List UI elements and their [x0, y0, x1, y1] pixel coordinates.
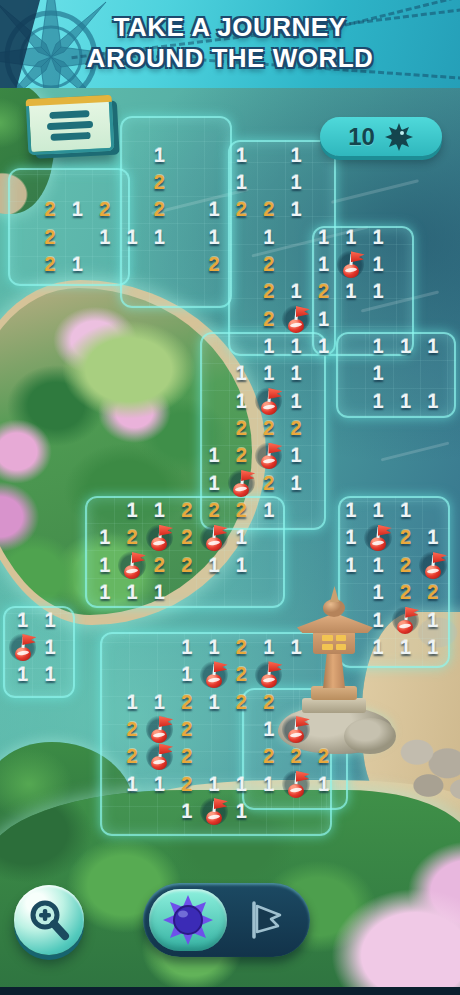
cell-r16c15[interactable]: 2 [419, 579, 446, 606]
cell-r2c15[interactable] [419, 196, 446, 223]
cell-r3c9[interactable]: 1 [255, 223, 282, 250]
cell-r22c8[interactable] [228, 743, 255, 770]
cell-r7c11[interactable]: 1 [310, 332, 337, 359]
cell-r19c15[interactable] [419, 661, 446, 688]
cell-r2c7[interactable]: 1 [200, 196, 227, 223]
cell-r6c16[interactable] [447, 305, 460, 332]
cell-r17c13[interactable]: 1 [364, 606, 391, 633]
cell-r12c13[interactable] [364, 469, 391, 496]
cell-r18c2[interactable] [64, 633, 91, 660]
cell-r17c4[interactable] [118, 606, 145, 633]
cell-r23c16[interactable] [447, 770, 460, 797]
cell-r12c2[interactable] [64, 469, 91, 496]
cell-r23c4[interactable]: 1 [118, 770, 145, 797]
cell-r6c5[interactable] [146, 305, 173, 332]
cell-r16c13[interactable]: 1 [364, 579, 391, 606]
cell-r3c5[interactable]: 1 [146, 223, 173, 250]
menu-button[interactable] [26, 95, 115, 155]
cell-r14c0[interactable] [9, 524, 36, 551]
cell-r18c4[interactable] [118, 633, 145, 660]
cell-r1c11[interactable] [310, 168, 337, 195]
cell-r2c6[interactable] [173, 196, 200, 223]
cell-r5c14[interactable] [392, 278, 419, 305]
cell-r19c1[interactable]: 1 [36, 661, 63, 688]
cell-r12c3[interactable] [91, 469, 118, 496]
cell-r10c4[interactable] [118, 414, 145, 441]
cell-r8c5[interactable] [146, 360, 173, 387]
cell-r1c15[interactable] [419, 168, 446, 195]
cell-r23c9[interactable]: 1 [255, 770, 282, 797]
cell-r19c12[interactable] [337, 661, 364, 688]
cell-r2c2[interactable]: 1 [64, 196, 91, 223]
cell-r19c11[interactable] [310, 661, 337, 688]
cell-r13c8[interactable]: 2 [228, 496, 255, 523]
cell-r19c5[interactable] [146, 661, 173, 688]
minesweeper-board[interactable]: 1112112122122121111111121221121211211111… [9, 141, 460, 825]
cell-r1c2[interactable] [64, 168, 91, 195]
cell-r13c0[interactable] [9, 496, 36, 523]
cell-r6c0[interactable] [9, 305, 36, 332]
cell-r13c9[interactable]: 1 [255, 496, 282, 523]
cell-r22c0[interactable] [9, 743, 36, 770]
cell-r4c10[interactable] [282, 250, 309, 277]
cell-r16c9[interactable] [255, 579, 282, 606]
cell-r23c0[interactable] [9, 770, 36, 797]
cell-r6c6[interactable] [173, 305, 200, 332]
cell-r1c4[interactable] [118, 168, 145, 195]
cell-r3c2[interactable] [64, 223, 91, 250]
cell-r6c12[interactable] [337, 305, 364, 332]
cell-r3c16[interactable] [447, 223, 460, 250]
cell-r4c15[interactable] [419, 250, 446, 277]
cell-r21c0[interactable] [9, 715, 36, 742]
cell-r18c7[interactable]: 1 [200, 633, 227, 660]
flag-r17c14[interactable] [392, 606, 419, 633]
cell-r24c1[interactable] [36, 797, 63, 824]
cell-r14c14[interactable]: 2 [392, 524, 419, 551]
cell-r24c11[interactable] [310, 797, 337, 824]
cell-r19c10[interactable] [282, 661, 309, 688]
cell-r20c16[interactable] [447, 688, 460, 715]
cell-r14c4[interactable]: 2 [118, 524, 145, 551]
cell-r7c15[interactable]: 1 [419, 332, 446, 359]
cell-r8c0[interactable] [9, 360, 36, 387]
cell-r2c9[interactable]: 2 [255, 196, 282, 223]
cell-r23c8[interactable]: 1 [228, 770, 255, 797]
cell-r23c6[interactable]: 2 [173, 770, 200, 797]
cell-r24c6[interactable]: 1 [173, 797, 200, 824]
cell-r15c6[interactable]: 2 [173, 551, 200, 578]
cell-r15c9[interactable] [255, 551, 282, 578]
cell-r8c4[interactable] [118, 360, 145, 387]
cell-r17c16[interactable] [447, 606, 460, 633]
zoom-button[interactable] [14, 885, 84, 955]
cell-r1c14[interactable] [392, 168, 419, 195]
cell-r8c3[interactable] [91, 360, 118, 387]
cell-r18c16[interactable] [447, 633, 460, 660]
flag-r14c7[interactable] [200, 524, 227, 551]
cell-r13c16[interactable] [447, 496, 460, 523]
cell-r17c7[interactable] [200, 606, 227, 633]
cell-r21c15[interactable] [419, 715, 446, 742]
cell-r2c4[interactable] [118, 196, 145, 223]
cell-r7c13[interactable]: 1 [364, 332, 391, 359]
cell-r14c2[interactable] [64, 524, 91, 551]
cell-r15c14[interactable]: 2 [392, 551, 419, 578]
cell-r24c14[interactable] [392, 797, 419, 824]
cell-r9c1[interactable] [36, 387, 63, 414]
cell-r2c5[interactable]: 2 [146, 196, 173, 223]
cell-r18c5[interactable] [146, 633, 173, 660]
cell-r7c2[interactable] [64, 332, 91, 359]
cell-r22c16[interactable] [447, 743, 460, 770]
cell-r5c5[interactable] [146, 278, 173, 305]
cell-r21c14[interactable] [392, 715, 419, 742]
cell-r17c6[interactable] [173, 606, 200, 633]
cell-r18c10[interactable]: 1 [282, 633, 309, 660]
cell-r22c14[interactable] [392, 743, 419, 770]
cell-r10c8[interactable]: 2 [228, 414, 255, 441]
cell-r21c12[interactable] [337, 715, 364, 742]
cell-r17c3[interactable] [91, 606, 118, 633]
cell-r6c15[interactable] [419, 305, 446, 332]
cell-r7c9[interactable]: 1 [255, 332, 282, 359]
cell-r14c1[interactable] [36, 524, 63, 551]
cell-r3c15[interactable] [419, 223, 446, 250]
cell-r23c7[interactable]: 1 [200, 770, 227, 797]
cell-r14c9[interactable] [255, 524, 282, 551]
cell-r10c5[interactable] [146, 414, 173, 441]
cell-r11c3[interactable] [91, 442, 118, 469]
cell-r22c1[interactable] [36, 743, 63, 770]
cell-r13c5[interactable]: 1 [146, 496, 173, 523]
cell-r5c12[interactable]: 1 [337, 278, 364, 305]
cell-r22c13[interactable] [364, 743, 391, 770]
cell-r6c13[interactable] [364, 305, 391, 332]
cell-r13c11[interactable] [310, 496, 337, 523]
cell-r3c7[interactable]: 1 [200, 223, 227, 250]
cell-r21c1[interactable] [36, 715, 63, 742]
cell-r18c3[interactable] [91, 633, 118, 660]
cell-r3c1[interactable]: 2 [36, 223, 63, 250]
cell-r7c1[interactable] [36, 332, 63, 359]
cell-r4c9[interactable]: 2 [255, 250, 282, 277]
cell-r21c11[interactable] [310, 715, 337, 742]
cell-r13c3[interactable] [91, 496, 118, 523]
cell-r17c0[interactable]: 1 [9, 606, 36, 633]
cell-r4c7[interactable]: 2 [200, 250, 227, 277]
flag-r21c10[interactable] [282, 715, 309, 742]
cell-r20c8[interactable]: 2 [228, 688, 255, 715]
flag-r21c5[interactable] [146, 715, 173, 742]
cell-r2c0[interactable] [9, 196, 36, 223]
cell-r5c11[interactable]: 2 [310, 278, 337, 305]
cell-r22c7[interactable] [200, 743, 227, 770]
cell-r24c2[interactable] [64, 797, 91, 824]
cell-r24c0[interactable] [9, 797, 36, 824]
cell-r14c10[interactable] [282, 524, 309, 551]
flag-r18c0[interactable] [9, 633, 36, 660]
cell-r10c15[interactable] [419, 414, 446, 441]
cell-r2c12[interactable] [337, 196, 364, 223]
cell-r22c10[interactable]: 2 [282, 743, 309, 770]
cell-r8c9[interactable]: 1 [255, 360, 282, 387]
cell-r1c6[interactable] [173, 168, 200, 195]
flag-r11c9[interactable] [255, 442, 282, 469]
cell-r10c9[interactable]: 2 [255, 414, 282, 441]
cell-r3c10[interactable] [282, 223, 309, 250]
cell-r13c13[interactable]: 1 [364, 496, 391, 523]
cell-r15c7[interactable]: 1 [200, 551, 227, 578]
cell-r0c10[interactable]: 1 [282, 141, 309, 168]
cell-r3c12[interactable]: 1 [337, 223, 364, 250]
cell-r6c2[interactable] [64, 305, 91, 332]
flag-r22c5[interactable] [146, 743, 173, 770]
cell-r13c2[interactable] [64, 496, 91, 523]
cell-r4c2[interactable]: 1 [64, 250, 91, 277]
cell-r0c8[interactable]: 1 [228, 141, 255, 168]
cell-r7c14[interactable]: 1 [392, 332, 419, 359]
cell-r24c13[interactable] [364, 797, 391, 824]
cell-r0c16[interactable] [447, 141, 460, 168]
cell-r9c15[interactable]: 1 [419, 387, 446, 414]
cell-r5c7[interactable] [200, 278, 227, 305]
cell-r17c11[interactable] [310, 606, 337, 633]
cell-r0c9[interactable] [255, 141, 282, 168]
cell-r2c11[interactable] [310, 196, 337, 223]
cell-r22c11[interactable]: 2 [310, 743, 337, 770]
cell-r19c16[interactable] [447, 661, 460, 688]
cell-r3c0[interactable] [9, 223, 36, 250]
cell-r3c6[interactable] [173, 223, 200, 250]
cell-r12c11[interactable] [310, 469, 337, 496]
cell-r18c9[interactable]: 1 [255, 633, 282, 660]
cell-r5c0[interactable] [9, 278, 36, 305]
cell-r24c8[interactable]: 1 [228, 797, 255, 824]
cell-r10c16[interactable] [447, 414, 460, 441]
cell-r9c11[interactable] [310, 387, 337, 414]
cell-r10c0[interactable] [9, 414, 36, 441]
cell-r9c16[interactable] [447, 387, 460, 414]
cell-r12c4[interactable] [118, 469, 145, 496]
cell-r2c1[interactable]: 2 [36, 196, 63, 223]
cell-r14c6[interactable]: 2 [173, 524, 200, 551]
cell-r6c3[interactable] [91, 305, 118, 332]
cell-r1c7[interactable] [200, 168, 227, 195]
cell-r5c3[interactable] [91, 278, 118, 305]
cell-r4c11[interactable]: 1 [310, 250, 337, 277]
cell-r13c1[interactable] [36, 496, 63, 523]
cell-r7c3[interactable] [91, 332, 118, 359]
cell-r21c7[interactable] [200, 715, 227, 742]
cell-r6c9[interactable]: 2 [255, 305, 282, 332]
cell-r4c8[interactable] [228, 250, 255, 277]
cell-r16c14[interactable]: 2 [392, 579, 419, 606]
cell-r22c3[interactable] [91, 743, 118, 770]
cell-r6c4[interactable] [118, 305, 145, 332]
cell-r2c10[interactable]: 1 [282, 196, 309, 223]
cell-r16c5[interactable]: 1 [146, 579, 173, 606]
cell-r15c10[interactable] [282, 551, 309, 578]
cell-r12c7[interactable]: 1 [200, 469, 227, 496]
cell-r11c12[interactable] [337, 442, 364, 469]
cell-r15c16[interactable] [447, 551, 460, 578]
cell-r10c13[interactable] [364, 414, 391, 441]
cell-r20c7[interactable]: 1 [200, 688, 227, 715]
cell-r7c6[interactable] [173, 332, 200, 359]
cell-r17c2[interactable] [64, 606, 91, 633]
cell-r15c1[interactable] [36, 551, 63, 578]
cell-r4c1[interactable]: 2 [36, 250, 63, 277]
cell-r15c5[interactable]: 2 [146, 551, 173, 578]
cell-r3c3[interactable]: 1 [91, 223, 118, 250]
cell-r10c1[interactable] [36, 414, 63, 441]
cell-r6c1[interactable] [36, 305, 63, 332]
cell-r9c10[interactable]: 1 [282, 387, 309, 414]
cell-r24c5[interactable] [146, 797, 173, 824]
cell-r19c13[interactable] [364, 661, 391, 688]
cell-r7c10[interactable]: 1 [282, 332, 309, 359]
cell-r1c16[interactable] [447, 168, 460, 195]
cell-r11c10[interactable]: 1 [282, 442, 309, 469]
cell-r2c3[interactable]: 2 [91, 196, 118, 223]
cell-r12c1[interactable] [36, 469, 63, 496]
cell-r18c12[interactable] [337, 633, 364, 660]
cell-r16c4[interactable]: 1 [118, 579, 145, 606]
flag-r14c13[interactable] [364, 524, 391, 551]
cell-r7c5[interactable] [146, 332, 173, 359]
cell-r8c2[interactable] [64, 360, 91, 387]
cell-r17c12[interactable] [337, 606, 364, 633]
cell-r22c12[interactable] [337, 743, 364, 770]
cell-r12c16[interactable] [447, 469, 460, 496]
cell-r8c7[interactable] [200, 360, 227, 387]
cell-r5c9[interactable]: 2 [255, 278, 282, 305]
cell-r22c4[interactable]: 2 [118, 743, 145, 770]
cell-r15c3[interactable]: 1 [91, 551, 118, 578]
cell-r20c1[interactable] [36, 688, 63, 715]
cell-r11c7[interactable]: 1 [200, 442, 227, 469]
cell-r14c8[interactable]: 1 [228, 524, 255, 551]
cell-r13c15[interactable] [419, 496, 446, 523]
cell-r7c12[interactable] [337, 332, 364, 359]
cell-r22c6[interactable]: 2 [173, 743, 200, 770]
cell-r3c11[interactable]: 1 [310, 223, 337, 250]
cell-r16c6[interactable] [173, 579, 200, 606]
cell-r24c15[interactable] [419, 797, 446, 824]
cell-r11c6[interactable] [173, 442, 200, 469]
cell-r21c2[interactable] [64, 715, 91, 742]
cell-r5c16[interactable] [447, 278, 460, 305]
cell-r13c7[interactable]: 2 [200, 496, 227, 523]
cell-r10c10[interactable]: 2 [282, 414, 309, 441]
cell-r11c5[interactable] [146, 442, 173, 469]
cell-r4c0[interactable] [9, 250, 36, 277]
cell-r23c1[interactable] [36, 770, 63, 797]
cell-r20c6[interactable]: 2 [173, 688, 200, 715]
cell-r13c6[interactable]: 2 [173, 496, 200, 523]
cell-r20c15[interactable] [419, 688, 446, 715]
cell-r19c6[interactable]: 1 [173, 661, 200, 688]
cell-r24c3[interactable] [91, 797, 118, 824]
cell-r16c12[interactable] [337, 579, 364, 606]
cell-r8c12[interactable] [337, 360, 364, 387]
cell-r9c5[interactable] [146, 387, 173, 414]
cell-r21c9[interactable]: 1 [255, 715, 282, 742]
cell-r20c3[interactable] [91, 688, 118, 715]
cell-r1c13[interactable] [364, 168, 391, 195]
flag-r9c9[interactable] [255, 387, 282, 414]
flag-r24c7[interactable] [200, 797, 227, 824]
cell-r23c5[interactable]: 1 [146, 770, 173, 797]
cell-r7c8[interactable] [228, 332, 255, 359]
cell-r12c15[interactable] [419, 469, 446, 496]
cell-r21c13[interactable] [364, 715, 391, 742]
cell-r24c9[interactable] [255, 797, 282, 824]
cell-r23c2[interactable] [64, 770, 91, 797]
cell-r14c16[interactable] [447, 524, 460, 551]
cell-r3c14[interactable] [392, 223, 419, 250]
cell-r8c6[interactable] [173, 360, 200, 387]
cell-r13c4[interactable]: 1 [118, 496, 145, 523]
cell-r20c0[interactable] [9, 688, 36, 715]
cell-r7c16[interactable] [447, 332, 460, 359]
cell-r5c15[interactable] [419, 278, 446, 305]
cell-r16c2[interactable] [64, 579, 91, 606]
cell-r16c11[interactable] [310, 579, 337, 606]
cell-r15c12[interactable]: 1 [337, 551, 364, 578]
cell-r3c13[interactable]: 1 [364, 223, 391, 250]
cell-r12c14[interactable] [392, 469, 419, 496]
cell-r4c13[interactable]: 1 [364, 250, 391, 277]
cell-r9c0[interactable] [9, 387, 36, 414]
cell-r20c14[interactable] [392, 688, 419, 715]
cell-r17c9[interactable] [255, 606, 282, 633]
cell-r5c8[interactable] [228, 278, 255, 305]
cell-r11c1[interactable] [36, 442, 63, 469]
flag-r19c9[interactable] [255, 661, 282, 688]
cell-r9c2[interactable] [64, 387, 91, 414]
cell-r6c14[interactable] [392, 305, 419, 332]
cell-r11c14[interactable] [392, 442, 419, 469]
cell-r1c10[interactable]: 1 [282, 168, 309, 195]
cell-r4c3[interactable] [91, 250, 118, 277]
cell-r13c12[interactable]: 1 [337, 496, 364, 523]
cell-r17c1[interactable]: 1 [36, 606, 63, 633]
cell-r11c11[interactable] [310, 442, 337, 469]
cell-r22c9[interactable]: 2 [255, 743, 282, 770]
cell-r11c16[interactable] [447, 442, 460, 469]
cell-r18c13[interactable]: 1 [364, 633, 391, 660]
cell-r16c3[interactable]: 1 [91, 579, 118, 606]
cell-r0c4[interactable] [118, 141, 145, 168]
cell-r15c0[interactable] [9, 551, 36, 578]
cell-r9c14[interactable]: 1 [392, 387, 419, 414]
cell-r23c15[interactable] [419, 770, 446, 797]
cell-r14c11[interactable] [310, 524, 337, 551]
cell-r6c8[interactable] [228, 305, 255, 332]
cell-r22c2[interactable] [64, 743, 91, 770]
cell-r10c6[interactable] [173, 414, 200, 441]
cell-r1c8[interactable]: 1 [228, 168, 255, 195]
cell-r9c8[interactable]: 1 [228, 387, 255, 414]
flag-r6c10[interactable] [282, 305, 309, 332]
cell-r4c14[interactable] [392, 250, 419, 277]
cell-r24c16[interactable] [447, 797, 460, 824]
cell-r21c3[interactable] [91, 715, 118, 742]
flag-r15c15[interactable] [419, 551, 446, 578]
cell-r10c11[interactable] [310, 414, 337, 441]
